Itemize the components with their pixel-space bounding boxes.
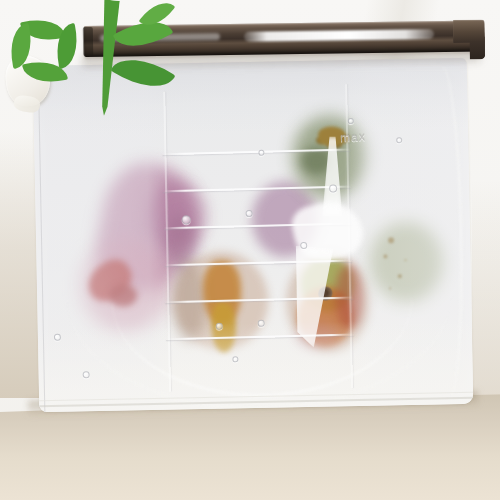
bag-right-seam (431, 66, 465, 396)
leaf-stem-icon (92, 0, 124, 117)
leaf-icon (110, 45, 175, 101)
water-droplet (348, 118, 354, 124)
water-droplet (83, 371, 90, 378)
max-emboss-label: max (340, 130, 366, 145)
water-droplet (258, 150, 264, 156)
product-photo-stage: max OK (0, 0, 500, 500)
water-droplet (232, 356, 238, 362)
ok-leaf-logo: OK (2, 0, 177, 122)
water-droplet (396, 137, 402, 143)
seal-bar-highlight (244, 29, 434, 42)
water-droplet (54, 334, 61, 341)
water-droplet (182, 215, 191, 224)
table-surface-right (472, 180, 500, 395)
